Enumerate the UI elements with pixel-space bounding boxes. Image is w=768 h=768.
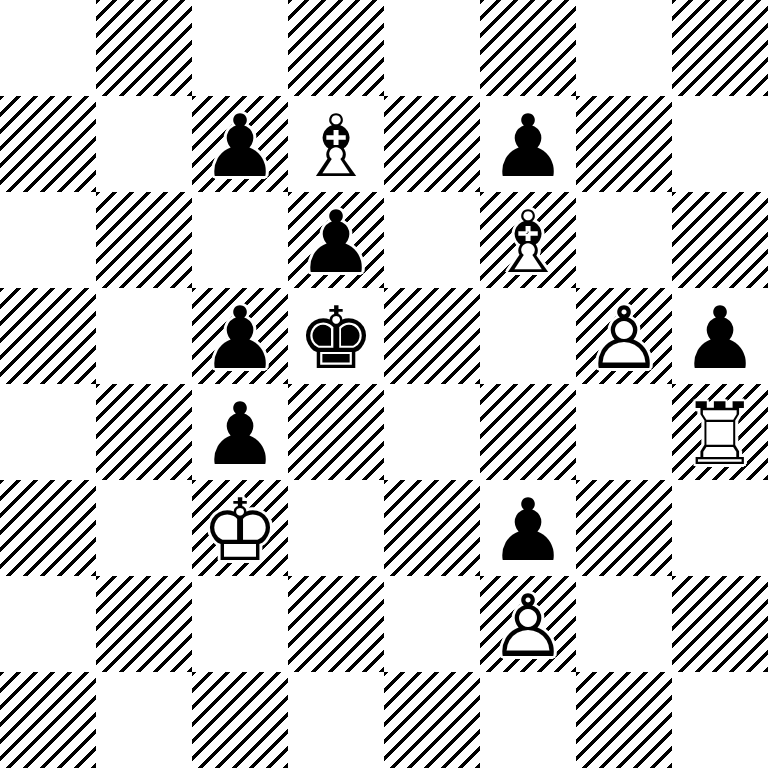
square-b5[interactable] [96, 288, 192, 384]
piece-black-pawn[interactable]: ♟ [672, 288, 768, 384]
square-f3[interactable]: ♟ [480, 480, 576, 576]
white-bishop-icon: ♗ [288, 98, 384, 194]
square-a8[interactable] [0, 0, 96, 96]
square-h7[interactable] [672, 96, 768, 192]
square-c1[interactable] [192, 672, 288, 768]
square-c3[interactable]: ♚♔ [192, 480, 288, 576]
square-h8[interactable] [672, 0, 768, 96]
square-g6[interactable] [576, 192, 672, 288]
square-a1[interactable] [0, 672, 96, 768]
square-h4[interactable]: ♜♖ [672, 384, 768, 480]
square-b6[interactable] [96, 192, 192, 288]
chess-board: ♟♝♗♟♟♝♗♟♚♟♙♟♟♜♖♚♔♟♟♙ [0, 0, 768, 768]
piece-black-pawn[interactable]: ♟ [288, 192, 384, 288]
square-d3[interactable] [288, 480, 384, 576]
square-e2[interactable] [384, 576, 480, 672]
piece-black-king[interactable]: ♚ [288, 288, 384, 384]
square-a5[interactable] [0, 288, 96, 384]
piece-white-pawn[interactable]: ♟♙ [576, 288, 672, 384]
square-h5[interactable]: ♟ [672, 288, 768, 384]
black-pawn-icon: ♟ [192, 98, 288, 194]
square-e3[interactable] [384, 480, 480, 576]
square-g3[interactable] [576, 480, 672, 576]
square-b7[interactable] [96, 96, 192, 192]
square-e8[interactable] [384, 0, 480, 96]
square-a4[interactable] [0, 384, 96, 480]
white-king-icon: ♔ [192, 482, 288, 578]
square-e6[interactable] [384, 192, 480, 288]
square-f2[interactable]: ♟♙ [480, 576, 576, 672]
square-e1[interactable] [384, 672, 480, 768]
square-e7[interactable] [384, 96, 480, 192]
square-c4[interactable]: ♟ [192, 384, 288, 480]
square-g7[interactable] [576, 96, 672, 192]
square-b4[interactable] [96, 384, 192, 480]
square-b8[interactable] [96, 0, 192, 96]
white-pawn-icon: ♙ [576, 290, 672, 386]
piece-white-rook[interactable]: ♜♖ [672, 384, 768, 480]
piece-black-pawn[interactable]: ♟ [480, 480, 576, 576]
square-a3[interactable] [0, 480, 96, 576]
black-pawn-icon: ♟ [192, 386, 288, 482]
square-h6[interactable] [672, 192, 768, 288]
square-f5[interactable] [480, 288, 576, 384]
square-h1[interactable] [672, 672, 768, 768]
square-a7[interactable] [0, 96, 96, 192]
square-g8[interactable] [576, 0, 672, 96]
square-d1[interactable] [288, 672, 384, 768]
black-pawn-icon: ♟ [480, 482, 576, 578]
white-bishop-icon: ♗ [480, 194, 576, 290]
black-pawn-icon: ♟ [480, 98, 576, 194]
square-d5[interactable]: ♚ [288, 288, 384, 384]
square-a6[interactable] [0, 192, 96, 288]
square-c2[interactable] [192, 576, 288, 672]
square-e4[interactable] [384, 384, 480, 480]
square-c5[interactable]: ♟ [192, 288, 288, 384]
square-f1[interactable] [480, 672, 576, 768]
white-pawn-icon: ♙ [480, 578, 576, 674]
square-c7[interactable]: ♟ [192, 96, 288, 192]
piece-white-pawn[interactable]: ♟♙ [480, 576, 576, 672]
black-king-icon: ♚ [288, 290, 384, 386]
piece-white-king[interactable]: ♚♔ [192, 480, 288, 576]
square-d6[interactable]: ♟ [288, 192, 384, 288]
square-d2[interactable] [288, 576, 384, 672]
piece-black-pawn[interactable]: ♟ [192, 96, 288, 192]
piece-black-pawn[interactable]: ♟ [192, 384, 288, 480]
square-g4[interactable] [576, 384, 672, 480]
square-c6[interactable] [192, 192, 288, 288]
square-d4[interactable] [288, 384, 384, 480]
square-c8[interactable] [192, 0, 288, 96]
square-h3[interactable] [672, 480, 768, 576]
black-pawn-icon: ♟ [288, 194, 384, 290]
square-f8[interactable] [480, 0, 576, 96]
piece-black-pawn[interactable]: ♟ [192, 288, 288, 384]
square-b1[interactable] [96, 672, 192, 768]
square-f6[interactable]: ♝♗ [480, 192, 576, 288]
square-e5[interactable] [384, 288, 480, 384]
square-d7[interactable]: ♝♗ [288, 96, 384, 192]
square-b2[interactable] [96, 576, 192, 672]
white-rook-icon: ♖ [672, 386, 768, 482]
piece-black-pawn[interactable]: ♟ [480, 96, 576, 192]
black-pawn-icon: ♟ [192, 290, 288, 386]
piece-white-bishop[interactable]: ♝♗ [288, 96, 384, 192]
square-g1[interactable] [576, 672, 672, 768]
square-g5[interactable]: ♟♙ [576, 288, 672, 384]
square-b3[interactable] [96, 480, 192, 576]
piece-white-bishop[interactable]: ♝♗ [480, 192, 576, 288]
black-pawn-icon: ♟ [672, 290, 768, 386]
square-f4[interactable] [480, 384, 576, 480]
square-f7[interactable]: ♟ [480, 96, 576, 192]
square-h2[interactable] [672, 576, 768, 672]
square-a2[interactable] [0, 576, 96, 672]
square-d8[interactable] [288, 0, 384, 96]
square-g2[interactable] [576, 576, 672, 672]
